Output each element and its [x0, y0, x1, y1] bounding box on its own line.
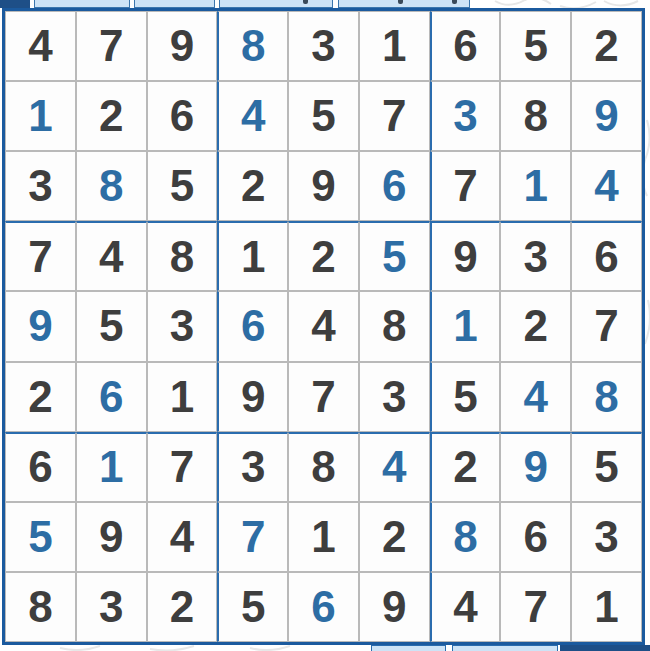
- cell-r3c9[interactable]: 4: [571, 151, 642, 221]
- cell-r1c7[interactable]: 6: [430, 11, 501, 81]
- cell-r5c1[interactable]: 9: [5, 291, 76, 361]
- cell-r3c2[interactable]: 8: [76, 151, 147, 221]
- cell-r4c7[interactable]: 9: [430, 221, 501, 291]
- cell-r1c8[interactable]: 5: [500, 11, 571, 81]
- bottom-button-2-fragment[interactable]: [452, 645, 558, 651]
- cell-r8c6[interactable]: 2: [359, 502, 430, 572]
- cell-r9c8[interactable]: 7: [500, 572, 571, 642]
- cell-r5c9[interactable]: 7: [571, 291, 642, 361]
- cell-r2c8[interactable]: 8: [500, 81, 571, 151]
- cell-r7c6[interactable]: 4: [359, 432, 430, 502]
- cell-r6c4[interactable]: 9: [217, 362, 288, 432]
- button-text-descender: [452, 0, 457, 4]
- toolbar-button-1-fragment[interactable]: [34, 0, 130, 8]
- cell-r5c3[interactable]: 3: [147, 291, 218, 361]
- cell-r3c4[interactable]: 2: [217, 151, 288, 221]
- cell-r9c2[interactable]: 3: [76, 572, 147, 642]
- cell-r6c9[interactable]: 8: [571, 362, 642, 432]
- cell-r8c1[interactable]: 5: [5, 502, 76, 572]
- cell-r1c4[interactable]: 8: [217, 11, 288, 81]
- cell-r7c4[interactable]: 3: [217, 432, 288, 502]
- cell-r2c1[interactable]: 1: [5, 81, 76, 151]
- cell-r3c6[interactable]: 6: [359, 151, 430, 221]
- cell-r9c3[interactable]: 2: [147, 572, 218, 642]
- cell-r9c5[interactable]: 6: [288, 572, 359, 642]
- cell-r4c4[interactable]: 1: [217, 221, 288, 291]
- cell-r3c7[interactable]: 7: [430, 151, 501, 221]
- sudoku-page: 4798316521264573893852967147481259369536…: [0, 0, 650, 651]
- bottom-button-1-fragment[interactable]: [371, 645, 446, 651]
- cell-r8c9[interactable]: 3: [571, 502, 642, 572]
- cell-r5c5[interactable]: 4: [288, 291, 359, 361]
- cell-r8c8[interactable]: 6: [500, 502, 571, 572]
- cell-r2c3[interactable]: 6: [147, 81, 218, 151]
- cell-r1c3[interactable]: 9: [147, 11, 218, 81]
- cell-r8c4[interactable]: 7: [217, 502, 288, 572]
- cell-r4c1[interactable]: 7: [5, 221, 76, 291]
- cell-r1c2[interactable]: 7: [76, 11, 147, 81]
- cell-r1c5[interactable]: 3: [288, 11, 359, 81]
- cell-r3c5[interactable]: 9: [288, 151, 359, 221]
- cell-r9c6[interactable]: 9: [359, 572, 430, 642]
- button-text-descender: [303, 0, 308, 4]
- cell-r7c3[interactable]: 7: [147, 432, 218, 502]
- cell-r8c5[interactable]: 1: [288, 502, 359, 572]
- cell-r7c1[interactable]: 6: [5, 432, 76, 502]
- cell-r4c5[interactable]: 2: [288, 221, 359, 291]
- cell-r3c8[interactable]: 1: [500, 151, 571, 221]
- cell-r2c4[interactable]: 4: [217, 81, 288, 151]
- cell-r2c5[interactable]: 5: [288, 81, 359, 151]
- cell-r4c8[interactable]: 3: [500, 221, 571, 291]
- cell-r1c1[interactable]: 4: [5, 11, 76, 81]
- cell-r2c6[interactable]: 7: [359, 81, 430, 151]
- cell-r8c3[interactable]: 4: [147, 502, 218, 572]
- cell-r2c7[interactable]: 3: [430, 81, 501, 151]
- cell-r6c5[interactable]: 7: [288, 362, 359, 432]
- cell-r5c4[interactable]: 6: [217, 291, 288, 361]
- cell-r1c6[interactable]: 1: [359, 11, 430, 81]
- cell-r6c1[interactable]: 2: [5, 362, 76, 432]
- cell-r5c6[interactable]: 8: [359, 291, 430, 361]
- cell-r6c3[interactable]: 1: [147, 362, 218, 432]
- cell-r6c7[interactable]: 5: [430, 362, 501, 432]
- cell-r4c3[interactable]: 8: [147, 221, 218, 291]
- cell-r5c2[interactable]: 5: [76, 291, 147, 361]
- toolbar-button-4-fragment[interactable]: [338, 0, 470, 8]
- cell-r3c1[interactable]: 3: [5, 151, 76, 221]
- cell-r9c7[interactable]: 4: [430, 572, 501, 642]
- cell-r7c5[interactable]: 8: [288, 432, 359, 502]
- cell-r1c9[interactable]: 2: [571, 11, 642, 81]
- button-text-descender: [398, 0, 403, 4]
- toolbar-button-2-fragment[interactable]: [134, 0, 215, 8]
- cell-r2c9[interactable]: 9: [571, 81, 642, 151]
- cell-r8c2[interactable]: 9: [76, 502, 147, 572]
- cell-r4c9[interactable]: 6: [571, 221, 642, 291]
- cell-r8c7[interactable]: 8: [430, 502, 501, 572]
- cell-r7c8[interactable]: 9: [500, 432, 571, 502]
- toolbar-button-3-fragment[interactable]: [219, 0, 333, 8]
- cell-r2c2[interactable]: 2: [76, 81, 147, 151]
- cell-r7c9[interactable]: 5: [571, 432, 642, 502]
- bottom-dark-button-fragment[interactable]: [560, 645, 650, 651]
- cell-r4c2[interactable]: 4: [76, 221, 147, 291]
- cell-r6c2[interactable]: 6: [76, 362, 147, 432]
- cell-r3c3[interactable]: 5: [147, 151, 218, 221]
- cell-r9c9[interactable]: 1: [571, 572, 642, 642]
- toolbar-dark-button-fragment[interactable]: [0, 0, 30, 8]
- cell-r7c7[interactable]: 2: [430, 432, 501, 502]
- cell-r9c4[interactable]: 5: [217, 572, 288, 642]
- cell-r7c2[interactable]: 1: [76, 432, 147, 502]
- sudoku-board: 4798316521264573893852967147481259369536…: [2, 8, 645, 645]
- cell-r5c7[interactable]: 1: [430, 291, 501, 361]
- cell-r9c1[interactable]: 8: [5, 572, 76, 642]
- cell-r4c6[interactable]: 5: [359, 221, 430, 291]
- cell-r5c8[interactable]: 2: [500, 291, 571, 361]
- cell-r6c8[interactable]: 4: [500, 362, 571, 432]
- cell-r6c6[interactable]: 3: [359, 362, 430, 432]
